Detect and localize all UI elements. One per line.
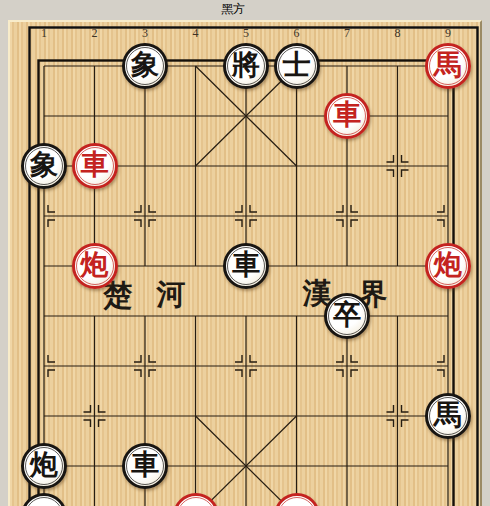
side-label-black: 黑方: [221, 1, 245, 18]
xiangqi-board[interactable]: 象將士馬車象車炮車炮卒馬炮車: [19, 41, 474, 506]
piece-glyph: 車: [232, 251, 260, 279]
piece-glyph: 士: [283, 51, 311, 79]
piece-black-advisor[interactable]: 士: [274, 43, 320, 89]
piece-black-cannon[interactable]: 炮: [21, 443, 67, 489]
piece-glyph: 車: [131, 451, 159, 479]
column-label-3: 3: [142, 26, 148, 41]
piece-black-unknown[interactable]: [21, 493, 67, 506]
piece-black-chariot[interactable]: 車: [122, 443, 168, 489]
column-label-2: 2: [92, 26, 98, 41]
column-label-1: 1: [41, 26, 47, 41]
column-label-4: 4: [193, 26, 199, 41]
piece-glyph: 炮: [30, 451, 58, 479]
piece-black-horse[interactable]: 馬: [425, 393, 471, 439]
piece-black-chariot[interactable]: 車: [223, 243, 269, 289]
piece-glyph: 象: [131, 51, 159, 79]
piece-glyph: 馬: [434, 401, 462, 429]
column-label-5: 5: [243, 26, 249, 41]
piece-red-unknown[interactable]: [274, 493, 320, 506]
piece-black-elephant[interactable]: 象: [21, 143, 67, 189]
piece-red-cannon[interactable]: 炮: [425, 243, 471, 289]
column-label-9: 9: [445, 26, 451, 41]
piece-glyph: 炮: [81, 251, 109, 279]
piece-glyph: 將: [232, 51, 260, 79]
piece-red-unknown[interactable]: [173, 493, 219, 506]
column-label-7: 7: [344, 26, 350, 41]
piece-red-chariot[interactable]: 車: [324, 93, 370, 139]
piece-glyph: 象: [30, 151, 58, 179]
column-label-8: 8: [395, 26, 401, 41]
piece-glyph: 卒: [333, 301, 361, 329]
piece-red-chariot[interactable]: 車: [72, 143, 118, 189]
column-label-6: 6: [294, 26, 300, 41]
piece-glyph: 車: [333, 101, 361, 129]
piece-black-general[interactable]: 將: [223, 43, 269, 89]
piece-black-elephant[interactable]: 象: [122, 43, 168, 89]
xiangqi-app-window: 黑方 123456789 楚 河 漢 界 象將士馬車象車炮車炮卒馬炮車: [0, 0, 490, 506]
piece-glyph: 車: [81, 151, 109, 179]
piece-glyph: 炮: [434, 251, 462, 279]
piece-red-cannon[interactable]: 炮: [72, 243, 118, 289]
piece-black-soldier[interactable]: 卒: [324, 293, 370, 339]
piece-red-horse[interactable]: 馬: [425, 43, 471, 89]
piece-glyph: 馬: [434, 51, 462, 79]
